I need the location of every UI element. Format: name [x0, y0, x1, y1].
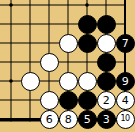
white-stone: 10: [116, 110, 135, 129]
move-number: 10: [120, 115, 129, 123]
black-stone: 5: [78, 110, 97, 129]
black-stone: [78, 34, 97, 53]
black-stone: [97, 53, 116, 72]
white-stone: 2: [97, 91, 116, 110]
move-number: 7: [122, 38, 129, 49]
black-stone: [97, 15, 116, 34]
black-stone: [78, 91, 97, 110]
black-stone: [78, 15, 97, 34]
move-number: 2: [103, 95, 110, 106]
white-stone: [59, 34, 78, 53]
stone-layer: 7924685310: [2, 0, 135, 129]
move-number: 5: [84, 114, 91, 125]
white-stone: [21, 72, 40, 91]
white-stone: [59, 72, 78, 91]
move-number: 3: [103, 114, 110, 125]
white-stone: 4: [116, 91, 135, 110]
white-stone: [40, 53, 59, 72]
black-stone: 9: [116, 72, 135, 91]
white-stone: 8: [59, 110, 78, 129]
move-number: 4: [122, 95, 129, 106]
black-stone: [97, 72, 116, 91]
move-number: 8: [65, 114, 72, 125]
white-stone: [97, 34, 116, 53]
white-stone: [40, 91, 59, 110]
black-stone: 3: [97, 110, 116, 129]
move-number: 9: [122, 76, 129, 87]
black-stone: [59, 91, 78, 110]
go-board-diagram: 7924685310: [0, 0, 135, 132]
black-stone: 7: [116, 34, 135, 53]
white-stone: 6: [40, 110, 59, 129]
move-number: 6: [46, 114, 53, 125]
white-stone: [78, 72, 97, 91]
